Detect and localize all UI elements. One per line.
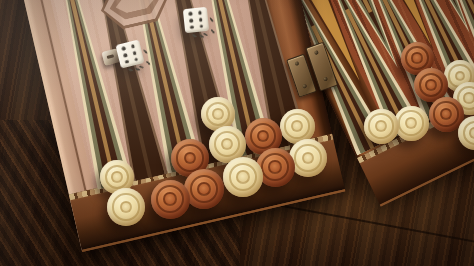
die-2[interactable] <box>183 7 209 33</box>
die-1[interactable] <box>115 39 144 68</box>
dice-layer <box>0 0 474 266</box>
die-top-face-6 <box>183 7 209 33</box>
die-pip <box>132 51 136 55</box>
die-pip <box>199 18 203 22</box>
die-pip <box>189 12 193 16</box>
die-pip <box>198 11 202 15</box>
die-pip <box>125 60 129 64</box>
die-pip <box>199 24 203 28</box>
die-pip <box>189 19 193 23</box>
backgammon-photo-scene <box>0 0 474 266</box>
die-front-face <box>186 31 212 40</box>
die-pip <box>123 53 127 57</box>
die-pip <box>190 25 194 29</box>
die-pip <box>134 57 138 61</box>
die-pip <box>131 44 135 48</box>
die-pip <box>122 46 126 50</box>
